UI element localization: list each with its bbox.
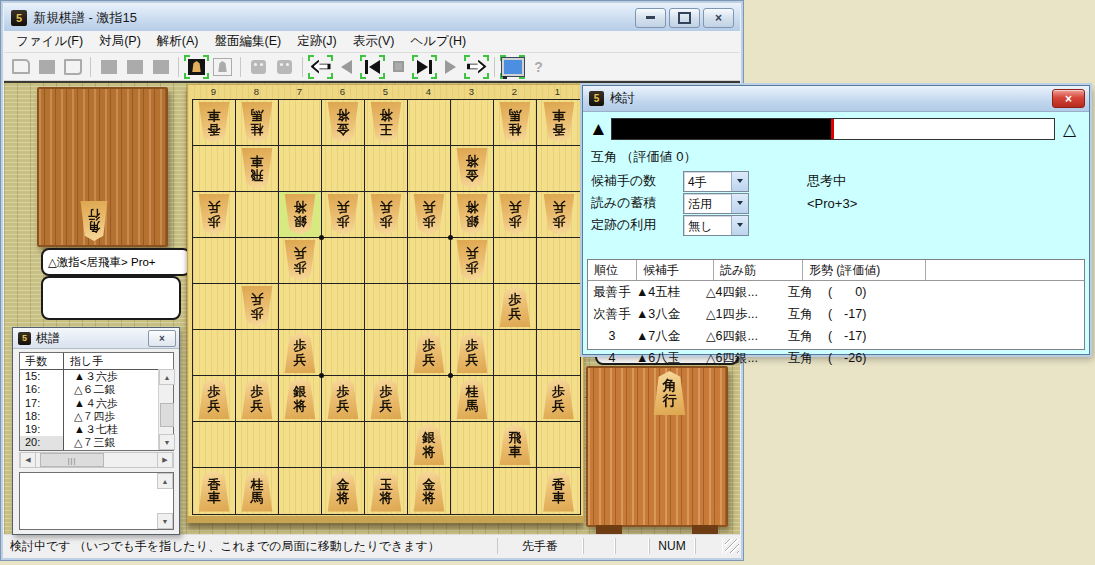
dropdown-value: 活用: [684, 194, 731, 213]
menu-item[interactable]: 盤面編集(E): [206, 31, 289, 52]
square-8-9[interactable]: 桂馬: [236, 468, 279, 514]
gote-piece-歩兵[interactable]: 歩兵: [326, 194, 360, 235]
menu-item[interactable]: 対局(P): [91, 31, 149, 52]
square-6-4[interactable]: [322, 238, 365, 284]
move-number: 18:: [20, 410, 63, 423]
candidate-move: ▲4五桂: [636, 284, 706, 301]
menu-item[interactable]: 表示(V): [345, 31, 403, 52]
resize-grip[interactable]: [725, 539, 739, 553]
square-6-8[interactable]: [322, 422, 365, 468]
sente-piece-金将[interactable]: 金将: [412, 471, 446, 512]
gote-piece-歩兵[interactable]: 歩兵: [240, 286, 274, 327]
control-label: 候補手の数: [589, 172, 683, 190]
board-grid: 香車桂馬金将王将桂馬香車飛車金将歩兵銀将歩兵歩兵歩兵銀将歩兵歩兵歩兵歩兵歩兵歩兵…: [192, 99, 581, 515]
square-2-1[interactable]: 桂馬: [494, 100, 537, 146]
kifu-icon: 5: [18, 332, 31, 345]
toolbar-button-open-kifu[interactable]: [34, 55, 59, 79]
square-9-9[interactable]: 香車: [193, 468, 236, 514]
toolbar-button-tool-5[interactable]: [122, 55, 147, 79]
analysis-title-bar[interactable]: 5 検討 ×: [583, 86, 1089, 112]
evaluation-bar-marker: [831, 119, 834, 139]
analysis-icon: 5: [589, 91, 604, 106]
move-text: ▲３七桂: [63, 423, 173, 436]
kifu-vertical-scrollbar[interactable]: ▲ ▼: [158, 369, 173, 450]
square-9-5[interactable]: [193, 284, 236, 330]
candidate-judgement: 互角: [788, 284, 828, 301]
candidate-rank: 次善手: [588, 306, 636, 323]
square-4-6[interactable]: 歩兵: [408, 330, 451, 376]
sente-piece-銀将[interactable]: 銀将: [412, 424, 446, 465]
shogi-board: 987654321 香車桂馬金将王将桂馬香車飛車金将歩兵銀将歩兵歩兵歩兵銀将歩兵…: [187, 84, 584, 523]
evaluation-text: 互角 （評価値 0）: [591, 148, 1081, 166]
chevron-down-icon[interactable]: [731, 194, 748, 213]
kifu-row[interactable]: 17:▲４六歩: [20, 397, 173, 410]
square-9-7[interactable]: 歩兵: [193, 376, 236, 422]
square-9-1[interactable]: 香車: [193, 100, 236, 146]
move-list[interactable]: 手数 指し手 15:▲３六歩16:△６二銀17:▲４六歩18:△７四歩19:▲３…: [19, 352, 174, 451]
file-label: 2: [493, 85, 536, 99]
person-icon: [251, 60, 266, 74]
dropdown-3[interactable]: 無し: [683, 215, 749, 236]
kifu-horizontal-scrollbar[interactable]: ◀ ||| ▶: [19, 452, 174, 468]
candidate-judgement: 互角: [788, 350, 828, 367]
block-icon: [127, 60, 143, 74]
analysis-window-title: 検討: [610, 90, 635, 107]
square-7-7[interactable]: 銀将: [279, 376, 322, 422]
toolbar-button-to-end[interactable]: [412, 55, 437, 79]
square-1-6[interactable]: [537, 330, 580, 376]
square-2-2[interactable]: [494, 146, 537, 192]
sente-piece-歩兵[interactable]: 歩兵: [240, 378, 274, 419]
square-5-2[interactable]: [365, 146, 408, 192]
minimize-button[interactable]: [635, 8, 666, 28]
kifu-row[interactable]: 20:△７三銀: [20, 436, 173, 449]
gote-comment-box: [41, 276, 181, 320]
sente-piece-香車[interactable]: 香車: [542, 471, 576, 512]
toolbar-button-tool-6[interactable]: [148, 55, 173, 79]
move-text: ▲３六歩: [63, 370, 173, 383]
maximize-button[interactable]: [669, 8, 700, 28]
evaluation-bar: [611, 118, 1055, 140]
move-number: 19:: [20, 423, 63, 436]
close-icon: ×: [715, 12, 722, 24]
shogi-piece-icon: [188, 59, 205, 75]
gote-piece-歩兵[interactable]: 歩兵: [455, 240, 489, 281]
close-button[interactable]: ×: [703, 8, 734, 28]
column-line: 読み筋: [714, 260, 803, 280]
analysis-control-row: 定跡の利用無し: [589, 214, 1083, 236]
chevron-down-icon[interactable]: [731, 172, 748, 191]
file-label: 6: [321, 85, 364, 99]
toolbar-separator: [240, 57, 241, 77]
file-label: 5: [364, 85, 407, 99]
square-4-9[interactable]: 金将: [408, 468, 451, 514]
sente-piece-金将[interactable]: 金将: [326, 471, 360, 512]
candidate-table-header: 順位 候補手 読み筋 形勢 (評価値): [588, 260, 1084, 281]
square-1-4[interactable]: [537, 238, 580, 284]
kifu-row[interactable]: 18:△７四歩: [20, 410, 173, 423]
sente-piece-stand[interactable]: 角行: [586, 366, 728, 527]
candidate-line: △1四歩...: [706, 306, 788, 323]
gote-piece-香車[interactable]: 香車: [197, 102, 231, 143]
square-1-8[interactable]: [537, 422, 580, 468]
gote-piece-歩兵[interactable]: 歩兵: [542, 194, 576, 235]
status-bar: 検討中です （いつでも手を指したり、これまでの局面に移動したりできます） 先手番…: [4, 534, 740, 557]
kifu-row[interactable]: 16:△６二銀: [20, 383, 173, 396]
square-2-4[interactable]: [494, 238, 537, 284]
candidate-line: △6四銀...: [706, 328, 788, 345]
square-5-7[interactable]: 歩兵: [365, 376, 408, 422]
sente-piece-歩兵[interactable]: 歩兵: [283, 332, 317, 373]
sente-piece-歩兵[interactable]: 歩兵: [197, 378, 231, 419]
square-7-1[interactable]: [279, 100, 322, 146]
toolbar-button-to-start[interactable]: [360, 55, 385, 79]
square-4-5[interactable]: [408, 284, 451, 330]
square-5-6[interactable]: [365, 330, 408, 376]
back-icon: [341, 60, 352, 74]
candidate-line: △6四銀...: [706, 350, 788, 367]
square-4-4[interactable]: [408, 238, 451, 284]
analysis-window: 5 検討 × ▲ △ 互角 （評価値 0） 候補手の数4手思考中読みの蓄積活用<…: [582, 85, 1090, 355]
toolbar-button-save-kifu[interactable]: [60, 55, 85, 79]
menu-item[interactable]: ヘルプ(H): [402, 31, 474, 52]
app-icon: 5: [11, 10, 27, 26]
toolbar-button-new-kifu[interactable]: [8, 55, 33, 79]
square-3-5[interactable]: [451, 284, 494, 330]
square-8-7[interactable]: 歩兵: [236, 376, 279, 422]
analysis-control-row: 候補手の数4手思考中: [589, 170, 1083, 192]
square-4-2[interactable]: [408, 146, 451, 192]
scroll-down-icon[interactable]: ▼: [159, 434, 175, 450]
square-4-7[interactable]: [408, 376, 451, 422]
square-6-3[interactable]: 歩兵: [322, 192, 365, 238]
gote-piece-歩兵[interactable]: 歩兵: [412, 194, 446, 235]
square-6-6[interactable]: [322, 330, 365, 376]
square-6-7[interactable]: 歩兵: [322, 376, 365, 422]
square-8-2[interactable]: 飛車: [236, 146, 279, 192]
toolbar-button-player-info-2[interactable]: [272, 55, 297, 79]
square-6-9[interactable]: 金将: [322, 468, 365, 514]
maximize-icon: [678, 12, 691, 24]
candidate-score: (0): [828, 285, 878, 299]
analysis-control-row: 読みの蓄積活用<Pro+3>: [589, 192, 1083, 214]
dropdown-value: 4手: [684, 172, 731, 191]
status-panel-empty-4: [695, 538, 723, 554]
sente-piece-歩兵[interactable]: 歩兵: [326, 378, 360, 419]
move-list-header: 手数 指し手: [20, 353, 173, 370]
gote-piece-飛車[interactable]: 飛車: [240, 148, 274, 189]
toolbar-button-analysis-window[interactable]: [500, 55, 525, 79]
candidate-score: (-17): [828, 307, 878, 321]
toolbar: ?: [4, 53, 740, 81]
star-point: [319, 235, 324, 240]
file-label: 7: [278, 85, 321, 99]
scroll-up-icon[interactable]: ▲: [157, 473, 173, 489]
file-label: 1: [536, 85, 579, 99]
engine-level: <Pro+3>: [807, 196, 857, 211]
square-7-9[interactable]: [279, 468, 322, 514]
square-7-2[interactable]: [279, 146, 322, 192]
toolbar-button-prev-move[interactable]: [308, 55, 333, 79]
menu-item[interactable]: ファイル(F): [8, 31, 91, 52]
toolbar-button-board-edit-2[interactable]: [210, 55, 235, 79]
status-panel-先手番: 先手番: [497, 538, 583, 554]
sente-mark: ▲: [589, 118, 611, 140]
control-label: 読みの蓄積: [589, 194, 683, 212]
gote-piece-歩兵[interactable]: 歩兵: [197, 194, 231, 235]
square-2-8[interactable]: 飛車: [494, 422, 537, 468]
toolbar-separator: [302, 57, 303, 77]
analysis-body: ▲ △ 互角 （評価値 0） 候補手の数4手思考中読みの蓄積活用<Pro+3>定…: [583, 111, 1089, 354]
minimize-icon: [646, 16, 655, 19]
square-6-5[interactable]: [322, 284, 365, 330]
move-number: 17:: [20, 397, 63, 410]
square-1-5[interactable]: [537, 284, 580, 330]
star-point: [319, 373, 324, 378]
window-title: 新規棋譜 - 激指15: [33, 9, 137, 27]
candidate-move: ▲7八金: [636, 328, 706, 345]
square-2-7[interactable]: [494, 376, 537, 422]
gote-piece-王将[interactable]: 王将: [369, 102, 403, 143]
square-1-7[interactable]: 歩兵: [537, 376, 580, 422]
square-5-1[interactable]: 王将: [365, 100, 408, 146]
gote-piece-歩兵[interactable]: 歩兵: [283, 240, 317, 281]
square-5-8[interactable]: [365, 422, 408, 468]
analysis-close-button[interactable]: ×: [1052, 89, 1085, 108]
square-7-3[interactable]: 銀将: [279, 192, 322, 238]
square-3-7[interactable]: 桂馬: [451, 376, 494, 422]
gote-piece-桂馬[interactable]: 桂馬: [498, 102, 532, 143]
toolbar-button-stop[interactable]: [386, 55, 411, 79]
gote-piece-歩兵[interactable]: 歩兵: [498, 194, 532, 235]
square-6-1[interactable]: 金将: [322, 100, 365, 146]
toolbar-separator: [90, 57, 91, 77]
toolbar-separator: [494, 57, 495, 77]
file-label: 8: [235, 85, 278, 99]
square-9-8[interactable]: [193, 422, 236, 468]
thinking-status: 思考中: [807, 172, 846, 190]
sente-piece-玉将[interactable]: 玉将: [369, 471, 403, 512]
toolbar-button-help[interactable]: ?: [526, 55, 551, 79]
new-icon: [12, 59, 30, 74]
square-3-8[interactable]: [451, 422, 494, 468]
square-3-2[interactable]: 金将: [451, 146, 494, 192]
square-2-6[interactable]: [494, 330, 537, 376]
desktop: { "game": "shogi", "position": { "sfen":…: [0, 0, 1095, 565]
menu-item[interactable]: 解析(A): [149, 31, 207, 52]
control-label: 定跡の利用: [589, 216, 683, 234]
prev-arrow-icon: [311, 60, 331, 74]
shogi-piece-icon: [213, 58, 232, 76]
status-panel-NUM: NUM: [649, 538, 695, 554]
square-8-1[interactable]: 桂馬: [236, 100, 279, 146]
gote-piece-金将[interactable]: 金将: [326, 102, 360, 143]
save-icon: [64, 59, 82, 75]
help-icon: ?: [534, 59, 543, 75]
square-4-8[interactable]: 銀将: [408, 422, 451, 468]
block-icon: [153, 60, 169, 74]
toolbar-button-next-move[interactable]: [464, 55, 489, 79]
gote-piece-銀将[interactable]: 銀将: [283, 194, 317, 235]
move-number: 15:: [20, 370, 63, 383]
square-1-9[interactable]: 香車: [537, 468, 580, 514]
block-icon: [101, 60, 117, 74]
sente-piece-桂馬[interactable]: 桂馬: [455, 378, 489, 419]
candidate-rank: 3: [588, 329, 636, 343]
column-move: 指し手: [63, 353, 173, 369]
forward-icon: [445, 60, 456, 74]
dropdown-2[interactable]: 活用: [683, 193, 749, 214]
candidate-judgement: 互角: [788, 328, 828, 345]
square-3-6[interactable]: 歩兵: [451, 330, 494, 376]
square-1-1[interactable]: 香車: [537, 100, 580, 146]
status-message: 検討中です （いつでも手を指したり、これまでの局面に移動したりできます）: [4, 538, 497, 555]
candidate-judgement: 互角: [788, 306, 828, 323]
move-number: 20:: [20, 436, 63, 449]
candidate-score: (-26): [828, 351, 878, 365]
scroll-left-icon[interactable]: ◀: [20, 452, 36, 468]
block-icon: [39, 60, 55, 74]
file-label: 4: [407, 85, 450, 99]
kifu-title-bar[interactable]: 5 棋譜 ×: [13, 328, 179, 349]
square-1-2[interactable]: [537, 146, 580, 192]
toolbar-button-player-info-1[interactable]: [246, 55, 271, 79]
gote-player-label: △激指<居飛車> Pro+: [41, 248, 191, 276]
scroll-thumb[interactable]: [160, 403, 174, 427]
scroll-right-icon[interactable]: ▶: [157, 452, 173, 468]
sente-piece-桂馬[interactable]: 桂馬: [240, 471, 274, 512]
square-1-3[interactable]: 歩兵: [537, 192, 580, 238]
square-3-3[interactable]: 銀将: [451, 192, 494, 238]
candidate-rank: 最善手: [588, 284, 636, 301]
star-point: [448, 235, 453, 240]
toolbar-button-board-edit[interactable]: [184, 55, 209, 79]
square-2-9[interactable]: [494, 468, 537, 514]
kifu-window-title: 棋譜: [36, 330, 60, 347]
kifu-window: 5 棋譜 × 手数 指し手 15:▲３六歩16:△６二銀17:▲４六歩18:△７…: [12, 327, 180, 535]
square-3-9[interactable]: [451, 468, 494, 514]
gote-piece-stand[interactable]: 角行: [37, 87, 168, 247]
gote-piece-金将[interactable]: 金将: [455, 148, 489, 189]
candidate-move: ▲3八金: [636, 306, 706, 323]
gote-piece-歩兵[interactable]: 歩兵: [369, 194, 403, 235]
sente-piece-香車[interactable]: 香車: [197, 471, 231, 512]
square-8-5[interactable]: 歩兵: [236, 284, 279, 330]
chevron-down-icon[interactable]: [731, 216, 748, 235]
kifu-close-button[interactable]: ×: [148, 330, 176, 347]
candidate-row[interactable]: 次善手▲3八金△1四歩...互角(-17): [588, 303, 1084, 325]
square-3-1[interactable]: [451, 100, 494, 146]
square-4-1[interactable]: [408, 100, 451, 146]
column-candidate: 候補手: [637, 260, 714, 280]
toolbar-button-step-back[interactable]: [334, 55, 359, 79]
kifu-row[interactable]: 19:▲３七桂: [20, 423, 173, 436]
status-panel-empty-2: [615, 538, 649, 554]
title-bar[interactable]: 5 新規棋譜 - 激指15 ×: [4, 4, 740, 31]
square-4-3[interactable]: 歩兵: [408, 192, 451, 238]
candidate-score: (-17): [828, 329, 878, 343]
evaluation-bar-black: [612, 119, 831, 139]
gote-piece-銀将[interactable]: 銀将: [455, 194, 489, 235]
sente-piece-歩兵[interactable]: 歩兵: [455, 332, 489, 373]
next-arrow-icon: [467, 60, 487, 74]
square-9-4[interactable]: [193, 238, 236, 284]
kifu-row[interactable]: 15:▲３六歩: [20, 370, 173, 383]
square-5-5[interactable]: [365, 284, 408, 330]
menu-item[interactable]: 定跡(J): [289, 31, 345, 52]
dropdown-value: 無し: [684, 216, 731, 235]
candidate-row[interactable]: 4▲6八玉△6四銀...互角(-26): [588, 347, 1084, 369]
square-3-4[interactable]: 歩兵: [451, 238, 494, 284]
scroll-thumb[interactable]: |||: [40, 453, 104, 467]
sente-piece-飛車[interactable]: 飛車: [498, 424, 532, 465]
candidate-row[interactable]: 3▲7八金△6四銀...互角(-17): [588, 325, 1084, 347]
square-5-3[interactable]: 歩兵: [365, 192, 408, 238]
sente-hand-piece-角行[interactable]: 角行: [652, 371, 687, 415]
scroll-down-icon[interactable]: ▼: [157, 513, 173, 529]
square-7-8[interactable]: [279, 422, 322, 468]
square-6-2[interactable]: [322, 146, 365, 192]
file-coordinates: 987654321: [192, 85, 579, 99]
candidate-line: △4四銀...: [706, 284, 788, 301]
square-8-3[interactable]: [236, 192, 279, 238]
gote-piece-香車[interactable]: 香車: [542, 102, 576, 143]
gote-piece-桂馬[interactable]: 桂馬: [240, 102, 274, 143]
skip-to-start-icon: [365, 60, 380, 74]
toolbar-separator: [178, 57, 179, 77]
dropdown-1[interactable]: 4手: [683, 171, 749, 192]
scroll-up-icon[interactable]: ▲: [159, 369, 175, 385]
square-8-8[interactable]: [236, 422, 279, 468]
kifu-comment-area[interactable]: ▲ ▼: [19, 472, 174, 530]
file-label: 9: [192, 85, 235, 99]
square-2-5[interactable]: 歩兵: [494, 284, 537, 330]
square-7-5[interactable]: [279, 284, 322, 330]
square-9-2[interactable]: [193, 146, 236, 192]
gote-mark: △: [1063, 119, 1076, 140]
column-rank: 順位: [588, 260, 637, 280]
square-5-9[interactable]: 玉将: [365, 468, 408, 514]
column-filler: [926, 260, 1084, 280]
square-8-4[interactable]: [236, 238, 279, 284]
toolbar-button-tool-4[interactable]: [96, 55, 121, 79]
sente-piece-銀将[interactable]: 銀将: [283, 378, 317, 419]
square-7-4[interactable]: 歩兵: [279, 238, 322, 284]
move-text: ▲４六歩: [63, 397, 173, 410]
sente-piece-歩兵[interactable]: 歩兵: [369, 378, 403, 419]
square-2-3[interactable]: 歩兵: [494, 192, 537, 238]
candidate-move: ▲6八玉: [636, 350, 706, 367]
person-icon: [277, 60, 292, 74]
square-5-4[interactable]: [365, 238, 408, 284]
square-9-3[interactable]: 歩兵: [193, 192, 236, 238]
candidate-row[interactable]: 最善手▲4五桂△4四銀...互角(0): [588, 281, 1084, 303]
square-7-6[interactable]: 歩兵: [279, 330, 322, 376]
sente-piece-歩兵[interactable]: 歩兵: [498, 286, 532, 327]
gote-hand-piece-角行[interactable]: 角行: [79, 201, 109, 241]
star-point: [448, 373, 453, 378]
sente-piece-歩兵[interactable]: 歩兵: [542, 378, 576, 419]
square-9-6[interactable]: [193, 330, 236, 376]
sente-piece-歩兵[interactable]: 歩兵: [412, 332, 446, 373]
column-move-number: 手数: [20, 353, 63, 369]
toolbar-button-step-forward[interactable]: [438, 55, 463, 79]
monitor-icon: [502, 58, 524, 76]
move-text: △７四歩: [63, 410, 173, 423]
square-8-6[interactable]: [236, 330, 279, 376]
column-evaluation: 形勢 (評価値): [803, 260, 926, 280]
stop-icon: [393, 61, 404, 72]
